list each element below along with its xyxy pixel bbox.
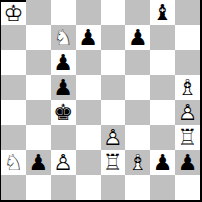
- square-c3[interactable]: [51, 125, 76, 150]
- piece-glyph: ♟: [128, 27, 148, 49]
- white-rook[interactable]: ♜♖: [175, 125, 200, 150]
- square-e5[interactable]: [101, 75, 126, 100]
- square-e3[interactable]: ♟♙: [101, 125, 126, 150]
- white-bishop[interactable]: ♝♗: [125, 150, 150, 175]
- black-pawn[interactable]: ♟: [175, 150, 200, 175]
- black-pawn[interactable]: ♟: [76, 25, 101, 50]
- square-g1[interactable]: [150, 175, 175, 200]
- square-e6[interactable]: [101, 50, 126, 75]
- square-f8[interactable]: [125, 0, 150, 25]
- white-rook[interactable]: ♜♖: [101, 150, 126, 175]
- square-h8[interactable]: [175, 0, 200, 25]
- piece-glyph-outline: ♘: [53, 27, 73, 49]
- square-g2[interactable]: ♟: [150, 150, 175, 175]
- square-d2[interactable]: [76, 150, 101, 175]
- square-e2[interactable]: ♜♖: [101, 150, 126, 175]
- square-b1[interactable]: [26, 175, 51, 200]
- square-b2[interactable]: ♟: [26, 150, 51, 175]
- square-h2[interactable]: ♟: [175, 150, 200, 175]
- square-a2[interactable]: ♞♘: [1, 150, 26, 175]
- square-e1[interactable]: [101, 175, 126, 200]
- square-f6[interactable]: [125, 50, 150, 75]
- black-pawn[interactable]: ♟: [51, 75, 76, 100]
- piece-glyph: ♟: [53, 52, 73, 74]
- square-h1[interactable]: [175, 175, 200, 200]
- square-h3[interactable]: ♜♖: [175, 125, 200, 150]
- square-a7[interactable]: [1, 25, 26, 50]
- square-a3[interactable]: [1, 125, 26, 150]
- square-b7[interactable]: [26, 25, 51, 50]
- piece-glyph: ♟: [53, 77, 73, 99]
- square-g6[interactable]: [150, 50, 175, 75]
- square-g3[interactable]: [150, 125, 175, 150]
- piece-glyph: ♟: [178, 152, 198, 174]
- white-pawn[interactable]: ♟♙: [51, 150, 76, 175]
- square-a4[interactable]: [1, 100, 26, 125]
- square-h4[interactable]: ♟♙: [175, 100, 200, 125]
- square-f2[interactable]: ♝♗: [125, 150, 150, 175]
- piece-glyph-outline: ♙: [178, 102, 198, 124]
- square-d3[interactable]: [76, 125, 101, 150]
- piece-glyph-outline: ♔: [4, 3, 24, 25]
- square-b5[interactable]: [26, 75, 51, 100]
- white-king[interactable]: ♚♔: [1, 2, 26, 25]
- square-c1[interactable]: [51, 175, 76, 200]
- square-a6[interactable]: [1, 50, 26, 75]
- square-b3[interactable]: [26, 125, 51, 150]
- square-d4[interactable]: [76, 100, 101, 125]
- square-b4[interactable]: [26, 100, 51, 125]
- square-f5[interactable]: [125, 75, 150, 100]
- square-d5[interactable]: [76, 75, 101, 100]
- piece-glyph: ♚: [53, 102, 73, 124]
- square-d7[interactable]: ♟: [76, 25, 101, 50]
- black-bishop[interactable]: ♝: [150, 0, 175, 25]
- black-pawn[interactable]: ♟: [51, 50, 76, 75]
- square-g4[interactable]: [150, 100, 175, 125]
- square-g7[interactable]: [150, 25, 175, 50]
- square-a8[interactable]: ♚♔: [1, 0, 26, 25]
- black-pawn[interactable]: ♟: [26, 150, 51, 175]
- square-c7[interactable]: ♞♘: [51, 25, 76, 50]
- square-g5[interactable]: [150, 75, 175, 100]
- square-e4[interactable]: [101, 100, 126, 125]
- piece-glyph-outline: ♙: [53, 152, 73, 174]
- white-knight[interactable]: ♞♘: [1, 150, 26, 175]
- square-g8[interactable]: ♝: [150, 0, 175, 25]
- square-c8[interactable]: [51, 0, 76, 25]
- piece-glyph: ♟: [28, 152, 48, 174]
- black-pawn[interactable]: ♟: [125, 25, 150, 50]
- square-e8[interactable]: [101, 0, 126, 25]
- white-bishop[interactable]: ♝♗: [175, 75, 200, 100]
- white-pawn[interactable]: ♟♙: [101, 125, 126, 150]
- square-h7[interactable]: [175, 25, 200, 50]
- piece-glyph-outline: ♖: [178, 127, 198, 149]
- square-e7[interactable]: [101, 25, 126, 50]
- square-a5[interactable]: [1, 75, 26, 100]
- square-b6[interactable]: [26, 50, 51, 75]
- square-f4[interactable]: [125, 100, 150, 125]
- square-c4[interactable]: ♚: [51, 100, 76, 125]
- piece-glyph-outline: ♗: [128, 152, 148, 174]
- square-c5[interactable]: ♟: [51, 75, 76, 100]
- white-knight[interactable]: ♞♘: [51, 25, 76, 50]
- piece-glyph: ♝: [153, 2, 173, 24]
- piece-glyph-outline: ♙: [103, 127, 123, 149]
- piece-glyph-outline: ♗: [178, 77, 198, 99]
- piece-glyph-outline: ♘: [4, 152, 24, 174]
- square-c2[interactable]: ♟♙: [51, 150, 76, 175]
- white-pawn[interactable]: ♟♙: [175, 100, 200, 125]
- piece-glyph: ♟: [78, 27, 98, 49]
- square-f3[interactable]: [125, 125, 150, 150]
- square-f1[interactable]: [125, 175, 150, 200]
- square-h6[interactable]: [175, 50, 200, 75]
- square-h5[interactable]: ♝♗: [175, 75, 200, 100]
- square-f7[interactable]: ♟: [125, 25, 150, 50]
- square-d6[interactable]: [76, 50, 101, 75]
- black-pawn[interactable]: ♟: [150, 150, 175, 175]
- square-b8[interactable]: [26, 0, 51, 25]
- square-a1[interactable]: [1, 175, 26, 200]
- piece-glyph-outline: ♖: [103, 152, 123, 174]
- square-d8[interactable]: [76, 0, 101, 25]
- square-d1[interactable]: [76, 175, 101, 200]
- black-king[interactable]: ♚: [51, 100, 76, 125]
- square-c6[interactable]: ♟: [51, 50, 76, 75]
- chess-board: ♚♔♝♞♘♟♟♟♟♝♗♚♟♙♟♙♜♖♞♘♟♟♙♜♖♝♗♟♟: [0, 0, 202, 202]
- piece-glyph: ♟: [153, 152, 173, 174]
